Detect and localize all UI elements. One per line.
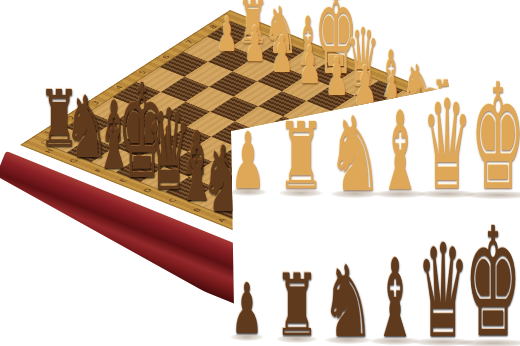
display-light-queen: ♛: [422, 97, 472, 194]
display-light-king: ♚: [471, 81, 520, 195]
onboard-light-pawn: ♟: [216, 16, 238, 53]
display-dark-king: ♚: [465, 225, 520, 343]
display-dark-bishop: ♝: [374, 257, 417, 341]
display-light-knight: ♞: [327, 114, 382, 194]
chess-set-product-photo: 12345678 HGFEDCBA ♜♞♝♚♛♝♞♜♟♟♟♟♟♟♟♟♟♟♟♟♟♟…: [0, 0, 520, 346]
display-light-pawn: ♟: [231, 131, 266, 192]
display-dark-knight: ♞: [321, 263, 374, 340]
onboard-light-pawn: ♟: [244, 26, 266, 64]
display-dark-rook: ♜: [275, 272, 320, 339]
display-light-bishop: ♝: [379, 109, 422, 194]
display-dark-pawn: ♟: [231, 282, 262, 337]
onboard-light-pawn: ♟: [271, 35, 294, 75]
onboard-light-pawn: ♟: [325, 56, 349, 97]
display-light-rook: ♜: [277, 121, 325, 193]
onboard-light-pawn: ♟: [298, 45, 321, 86]
display-dark-queen: ♛: [417, 241, 469, 342]
